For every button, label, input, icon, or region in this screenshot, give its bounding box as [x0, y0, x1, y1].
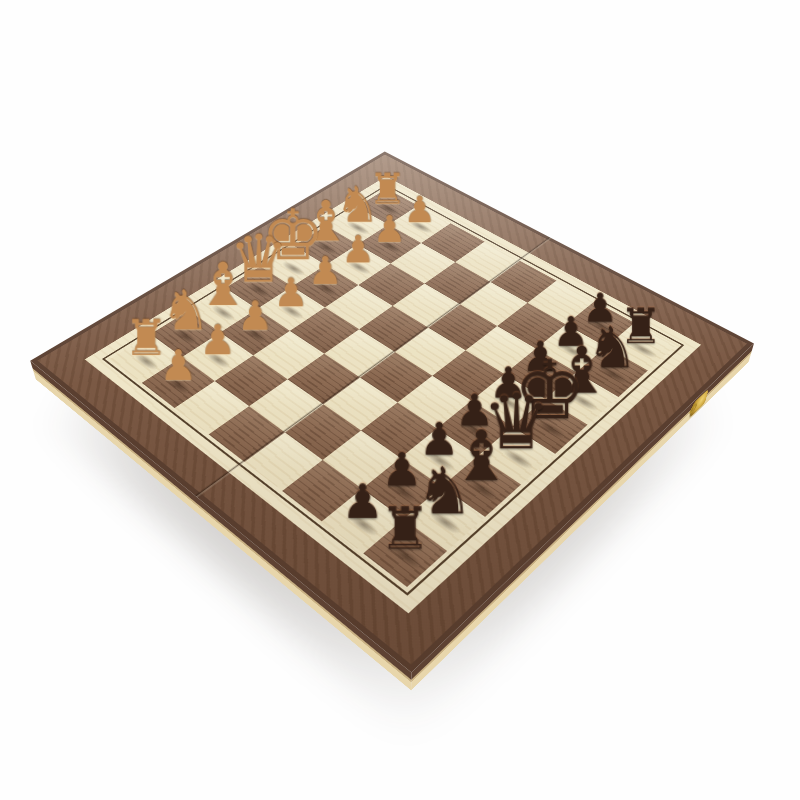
square-c7[interactable] [400, 429, 478, 487]
square-g8[interactable] [576, 347, 648, 397]
square-a6[interactable] [282, 460, 362, 521]
square-b6[interactable] [323, 430, 401, 488]
square-f8[interactable] [545, 372, 618, 424]
scene: ♜♞♝♛♚♝♞♜♟♟♟♟♟♟♟♟♟♟♟♟♟♟♟♟♜♞♝♛♚♝♞♜ [0, 0, 800, 800]
square-d8[interactable] [478, 427, 555, 485]
square-a7[interactable] [322, 489, 404, 554]
square-b5[interactable] [285, 404, 361, 460]
chess-board: ♜♞♝♛♚♝♞♜♟♟♟♟♟♟♟♟♟♟♟♟♟♟♟♟♜♞♝♛♚♝♞♜ [30, 151, 754, 672]
square-b7[interactable] [362, 458, 442, 519]
square-a8[interactable] [363, 519, 447, 587]
square-a4[interactable] [209, 406, 285, 462]
square-b3[interactable] [215, 355, 288, 406]
square-a2[interactable] [142, 357, 215, 408]
product-photo: ♜♞♝♛♚♝♞♜♟♟♟♟♟♟♟♟♟♟♟♟♟♟♟♟♜♞♝♛♚♝♞♜ [0, 0, 800, 800]
square-d7[interactable] [437, 401, 513, 456]
square-e7[interactable] [471, 374, 545, 427]
square-e6[interactable] [432, 350, 504, 400]
square-b8[interactable] [404, 487, 486, 551]
board-surface [30, 151, 754, 672]
square-d5[interactable] [360, 352, 432, 402]
square-e8[interactable] [512, 399, 587, 454]
square-f7[interactable] [504, 349, 576, 399]
square-c4[interactable] [288, 354, 361, 405]
square-b4[interactable] [249, 379, 323, 432]
square-c5[interactable] [323, 378, 397, 431]
square-c8[interactable] [442, 456, 521, 517]
square-d6[interactable] [398, 376, 472, 429]
square-c6[interactable] [361, 402, 437, 457]
square-a5[interactable] [245, 432, 323, 491]
square-a3[interactable] [175, 381, 250, 434]
